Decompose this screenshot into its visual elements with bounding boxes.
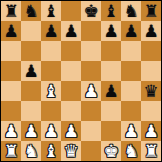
piece-black-pawn: ♟ (103, 81, 118, 101)
square-b3[interactable] (21, 101, 41, 121)
piece-black-bishop: ♝ (103, 1, 118, 21)
square-h8[interactable]: ♜ (141, 1, 161, 21)
square-d7[interactable]: ♟ (61, 21, 81, 41)
square-a4[interactable] (1, 81, 21, 101)
piece-black-pawn: ♟ (63, 21, 78, 41)
piece-white-bishop: ♝ (43, 81, 58, 101)
piece-white-rook: ♜ (143, 141, 158, 161)
piece-white-bishop: ♝ (43, 141, 58, 161)
square-g7[interactable]: ♟ (121, 21, 141, 41)
square-a2[interactable]: ♟ (1, 121, 21, 141)
square-c7[interactable]: ♟ (41, 21, 61, 41)
square-c1[interactable]: ♝ (41, 141, 61, 161)
square-a7[interactable]: ♟ (1, 21, 21, 41)
square-g8[interactable]: ♞ (121, 1, 141, 21)
square-e7[interactable] (81, 21, 101, 41)
square-h6[interactable] (141, 41, 161, 61)
square-f8[interactable]: ♝ (101, 1, 121, 21)
square-b5[interactable]: ♟ (21, 61, 41, 81)
square-c4[interactable]: ♝ (41, 81, 61, 101)
square-a8[interactable]: ♜ (1, 1, 21, 21)
square-d6[interactable] (61, 41, 81, 61)
piece-white-pawn: ♟ (63, 121, 78, 141)
square-e5[interactable] (81, 61, 101, 81)
square-f7[interactable]: ♟ (101, 21, 121, 41)
square-f4[interactable]: ♟ (101, 81, 121, 101)
square-a5[interactable] (1, 61, 21, 81)
piece-white-knight: ♞ (123, 141, 138, 161)
square-f3[interactable] (101, 101, 121, 121)
piece-white-king: ♚ (103, 141, 118, 161)
piece-white-rook: ♜ (3, 141, 18, 161)
piece-white-knight: ♞ (23, 141, 38, 161)
square-g5[interactable] (121, 61, 141, 81)
square-b2[interactable]: ♟ (21, 121, 41, 141)
square-d2[interactable]: ♟ (61, 121, 81, 141)
square-e6[interactable] (81, 41, 101, 61)
square-a6[interactable] (1, 41, 21, 61)
square-g4[interactable] (121, 81, 141, 101)
square-d3[interactable] (61, 101, 81, 121)
square-c2[interactable]: ♟ (41, 121, 61, 141)
square-e4[interactable]: ♟ (81, 81, 101, 101)
square-b4[interactable] (21, 81, 41, 101)
square-c5[interactable] (41, 61, 61, 81)
square-h2[interactable]: ♟ (141, 121, 161, 141)
square-h4[interactable]: ♛ (141, 81, 161, 101)
piece-black-bishop: ♝ (43, 1, 58, 21)
piece-white-pawn: ♟ (123, 121, 138, 141)
piece-black-pawn: ♟ (43, 21, 58, 41)
piece-white-pawn: ♟ (43, 121, 58, 141)
square-g2[interactable]: ♟ (121, 121, 141, 141)
square-b8[interactable]: ♞ (21, 1, 41, 21)
square-b1[interactable]: ♞ (21, 141, 41, 161)
square-g1[interactable]: ♞ (121, 141, 141, 161)
square-c6[interactable] (41, 41, 61, 61)
piece-white-pawn: ♟ (23, 121, 38, 141)
square-e2[interactable] (81, 121, 101, 141)
piece-black-pawn: ♟ (123, 21, 138, 41)
square-d1[interactable]: ♛ (61, 141, 81, 161)
square-f5[interactable] (101, 61, 121, 81)
square-a1[interactable]: ♜ (1, 141, 21, 161)
piece-black-pawn: ♟ (103, 21, 118, 41)
square-c8[interactable]: ♝ (41, 1, 61, 21)
chess-board: ♜♞♝♚♝♞♜♟♟♟♟♟♟♟♝♟♟♛♟♟♟♟♟♟♜♞♝♛♚♞♜ (0, 0, 162, 162)
square-e3[interactable] (81, 101, 101, 121)
piece-black-pawn: ♟ (23, 61, 38, 81)
piece-black-rook: ♜ (143, 1, 158, 21)
chess-board-container: ♜♞♝♚♝♞♜♟♟♟♟♟♟♟♝♟♟♛♟♟♟♟♟♟♜♞♝♛♚♞♜ (0, 0, 162, 162)
piece-white-pawn: ♟ (3, 121, 18, 141)
piece-black-knight: ♞ (123, 1, 138, 21)
piece-black-rook: ♜ (3, 1, 18, 21)
square-h7[interactable]: ♟ (141, 21, 161, 41)
square-h1[interactable]: ♜ (141, 141, 161, 161)
square-g6[interactable] (121, 41, 141, 61)
square-h5[interactable] (141, 61, 161, 81)
piece-black-pawn: ♟ (143, 21, 158, 41)
piece-black-king: ♚ (83, 1, 98, 21)
square-b7[interactable] (21, 21, 41, 41)
piece-black-knight: ♞ (23, 1, 38, 21)
square-d5[interactable] (61, 61, 81, 81)
square-f6[interactable] (101, 41, 121, 61)
square-e1[interactable] (81, 141, 101, 161)
square-h3[interactable] (141, 101, 161, 121)
square-d8[interactable] (61, 1, 81, 21)
square-c3[interactable] (41, 101, 61, 121)
square-a3[interactable] (1, 101, 21, 121)
piece-white-pawn: ♟ (83, 81, 98, 101)
piece-white-pawn: ♟ (143, 121, 158, 141)
square-f1[interactable]: ♚ (101, 141, 121, 161)
piece-black-queen: ♛ (143, 81, 158, 101)
square-g3[interactable] (121, 101, 141, 121)
square-e8[interactable]: ♚ (81, 1, 101, 21)
square-b6[interactable] (21, 41, 41, 61)
square-d4[interactable] (61, 81, 81, 101)
piece-white-queen: ♛ (63, 141, 78, 161)
piece-black-pawn: ♟ (3, 21, 18, 41)
square-f2[interactable] (101, 121, 121, 141)
